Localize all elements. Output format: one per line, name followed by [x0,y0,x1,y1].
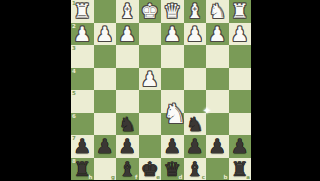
square-f1[interactable]: ♝ [116,0,139,23]
square-d8[interactable]: d♛ [161,158,184,181]
square-g1[interactable] [94,0,117,23]
piece-white-knight-moving[interactable]: ♞ [160,99,190,129]
square-h7[interactable]: 7♟ [71,135,94,158]
piece-white-pawn[interactable]: ♟ [94,23,117,46]
piece-black-pawn[interactable]: ♟ [161,135,184,158]
square-f3[interactable] [116,45,139,68]
square-f5[interactable] [116,90,139,113]
square-b1[interactable]: ♞ [206,0,229,23]
square-f4[interactable] [116,68,139,91]
square-e7[interactable] [139,135,162,158]
square-e8[interactable]: e♚ [139,158,162,181]
piece-black-bishop[interactable]: ♝ [184,158,207,181]
file-label-b: b [224,174,228,180]
piece-black-knight[interactable]: ♞ [116,113,139,136]
piece-white-queen[interactable]: ♛ [161,0,184,23]
square-h5[interactable]: 5 [71,90,94,113]
square-e1[interactable]: ♚ [139,0,162,23]
square-f6[interactable]: ♞ [116,113,139,136]
piece-white-pawn[interactable]: ♟ [229,23,252,46]
square-g5[interactable] [94,90,117,113]
rank-label-6: 6 [72,113,76,119]
file-label-g: g [111,174,115,180]
square-f7[interactable]: ♟ [116,135,139,158]
square-e6[interactable] [139,113,162,136]
square-a2[interactable]: ♟ [229,23,252,46]
letterbox-right [251,0,320,180]
square-d7[interactable]: ♟ [161,135,184,158]
square-c3[interactable] [184,45,207,68]
piece-white-pawn[interactable]: ♟ [139,68,162,91]
square-g3[interactable] [94,45,117,68]
piece-black-rook[interactable]: ♜ [229,158,252,181]
rank-label-5: 5 [72,90,76,96]
square-h3[interactable]: 3 [71,45,94,68]
square-d4[interactable] [161,68,184,91]
piece-white-pawn[interactable]: ♟ [71,23,94,46]
piece-black-pawn[interactable]: ♟ [184,135,207,158]
piece-black-pawn[interactable]: ♟ [229,135,252,158]
square-f8[interactable]: f♝ [116,158,139,181]
piece-black-pawn[interactable]: ♟ [206,135,229,158]
square-b7[interactable]: ♟ [206,135,229,158]
square-g6[interactable] [94,113,117,136]
piece-black-rook[interactable]: ♜ [71,158,94,181]
square-b8[interactable]: b [206,158,229,181]
square-a4[interactable] [229,68,252,91]
square-g8[interactable]: g [94,158,117,181]
piece-white-pawn[interactable]: ♟ [116,23,139,46]
piece-black-queen[interactable]: ♛ [161,158,184,181]
square-c8[interactable]: c♝ [184,158,207,181]
piece-white-rook[interactable]: ♜ [229,0,252,23]
square-g2[interactable]: ♟ [94,23,117,46]
piece-white-pawn[interactable]: ♟ [184,23,207,46]
square-h4[interactable]: 4 [71,68,94,91]
piece-white-bishop[interactable]: ♝ [116,0,139,23]
square-c4[interactable] [184,68,207,91]
square-d1[interactable]: ♛ [161,0,184,23]
square-b4[interactable] [206,68,229,91]
square-a6[interactable] [229,113,252,136]
chess-board[interactable]: 1♜♝♚♛♝♞♜2♟♟♟♟♟♟♟34♟56♞♞7♟♟♟♟♟♟♟8h♜gf♝e♚d… [71,0,251,180]
piece-white-pawn[interactable]: ♟ [161,23,184,46]
piece-white-king[interactable]: ♚ [139,0,162,23]
square-b3[interactable] [206,45,229,68]
square-a1[interactable]: ♜ [229,0,252,23]
square-g7[interactable]: ♟ [94,135,117,158]
sparkle-effect-icon: ✦ [202,105,213,116]
letterbox-left [0,0,71,180]
square-b2[interactable]: ♟ [206,23,229,46]
square-h8[interactable]: 8h♜ [71,158,94,181]
square-c7[interactable]: ♟ [184,135,207,158]
square-a8[interactable]: a♜ [229,158,252,181]
square-c2[interactable]: ♟ [184,23,207,46]
piece-white-rook[interactable]: ♜ [71,0,94,23]
square-h1[interactable]: 1♜ [71,0,94,23]
square-a3[interactable] [229,45,252,68]
square-e3[interactable] [139,45,162,68]
piece-white-pawn[interactable]: ♟ [206,23,229,46]
square-a5[interactable] [229,90,252,113]
piece-black-pawn[interactable]: ♟ [116,135,139,158]
piece-white-bishop[interactable]: ♝ [184,0,207,23]
piece-black-bishop[interactable]: ♝ [116,158,139,181]
square-c1[interactable]: ♝ [184,0,207,23]
square-a7[interactable]: ♟ [229,135,252,158]
square-d3[interactable] [161,45,184,68]
square-e2[interactable] [139,23,162,46]
piece-black-pawn[interactable]: ♟ [71,135,94,158]
rank-label-3: 3 [72,45,76,51]
square-h6[interactable]: 6 [71,113,94,136]
piece-black-pawn[interactable]: ♟ [94,135,117,158]
square-h2[interactable]: 2♟ [71,23,94,46]
rank-label-4: 4 [72,68,76,74]
square-f2[interactable]: ♟ [116,23,139,46]
piece-white-knight[interactable]: ♞ [206,0,229,23]
square-e5[interactable] [139,90,162,113]
square-g4[interactable] [94,68,117,91]
piece-black-king[interactable]: ♚ [139,158,162,181]
square-e4[interactable]: ♟ [139,68,162,91]
square-d2[interactable]: ♟ [161,23,184,46]
